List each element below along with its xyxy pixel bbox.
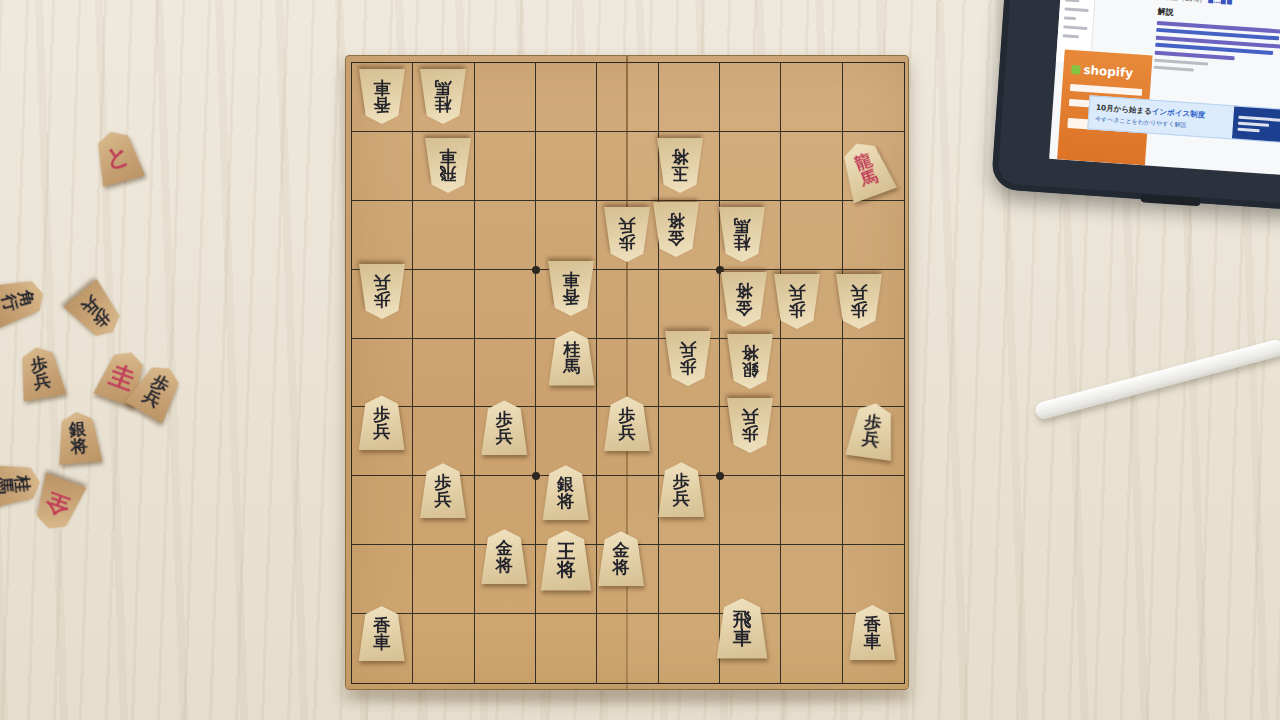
meta-text-bar bbox=[1154, 65, 1194, 71]
piece-king-6h[interactable]: 王将 bbox=[539, 530, 592, 591]
cell-9h[interactable] bbox=[352, 545, 413, 614]
tablet-article: 評価値（65%） ■…■■ 解説 bbox=[1154, 0, 1280, 78]
cell-4h[interactable] bbox=[659, 545, 720, 614]
cell-2h[interactable] bbox=[781, 545, 842, 614]
cell-9c[interactable] bbox=[352, 201, 413, 270]
cell-1h[interactable] bbox=[843, 545, 904, 614]
cell-9b[interactable] bbox=[352, 132, 413, 201]
cell-2i[interactable] bbox=[781, 614, 842, 683]
piece-rook-8b[interactable]: 飛車 bbox=[424, 138, 472, 193]
cell-7c[interactable] bbox=[475, 201, 536, 270]
cell-4d[interactable] bbox=[659, 270, 720, 339]
banner-logo-box bbox=[1232, 106, 1280, 142]
piece-knight-8a[interactable]: 桂馬 bbox=[419, 69, 467, 124]
cell-6c[interactable] bbox=[536, 201, 597, 270]
cell-4a[interactable] bbox=[659, 63, 720, 132]
piece-lance-6d[interactable]: 香車 bbox=[547, 261, 595, 316]
cell-2b[interactable] bbox=[781, 132, 842, 201]
piece-lance-9a[interactable]: 香車 bbox=[358, 69, 406, 124]
cell-1a[interactable] bbox=[843, 63, 904, 132]
hand-piece-pawn[interactable]: 歩兵 bbox=[63, 279, 130, 347]
meta-text-bar bbox=[1154, 58, 1208, 65]
cell-7a[interactable] bbox=[475, 63, 536, 132]
piece-pawn-4g[interactable]: 歩兵 bbox=[657, 462, 705, 517]
piece-pawn-1d[interactable]: 歩兵 bbox=[835, 274, 883, 329]
piece-pawn-4e[interactable]: 歩兵 bbox=[664, 331, 712, 386]
board-shadow bbox=[340, 690, 915, 704]
stylus-pen bbox=[1034, 338, 1280, 421]
cell-7b[interactable] bbox=[475, 132, 536, 201]
hoshi-dot bbox=[532, 266, 540, 274]
cell-3a[interactable] bbox=[720, 63, 781, 132]
cell-2g[interactable] bbox=[781, 476, 842, 545]
cell-6b[interactable] bbox=[536, 132, 597, 201]
piece-pawn-8g[interactable]: 歩兵 bbox=[419, 463, 467, 518]
hand-piece-bishop[interactable]: 角行 bbox=[0, 272, 49, 329]
piece-rook-3i[interactable]: 飛車 bbox=[715, 598, 768, 659]
piece-pawn-9d[interactable]: 歩兵 bbox=[358, 264, 406, 319]
cell-2c[interactable] bbox=[781, 201, 842, 270]
piece-pawn-5f[interactable]: 歩兵 bbox=[603, 396, 651, 451]
piece-pawn-9f[interactable]: 歩兵 bbox=[358, 395, 406, 450]
cell-9g[interactable] bbox=[352, 476, 413, 545]
cell-7i[interactable] bbox=[475, 614, 536, 683]
piece-lance-9i[interactable]: 香車 bbox=[358, 606, 406, 661]
piece-pawn-5c[interactable]: 歩兵 bbox=[603, 207, 651, 262]
piece-pawn-7f[interactable]: 歩兵 bbox=[480, 400, 528, 455]
cell-3b[interactable] bbox=[720, 132, 781, 201]
cell-7e[interactable] bbox=[475, 339, 536, 408]
cell-4i[interactable] bbox=[659, 614, 720, 683]
piece-gold-5h[interactable]: 金将 bbox=[597, 531, 645, 586]
hand-piece-silver[interactable]: 銀将 bbox=[54, 410, 103, 465]
cell-8i[interactable] bbox=[413, 614, 474, 683]
tablet: 評価値（65%） ■…■■ 解説 shopify 10月から始まるインボイス制度… bbox=[991, 0, 1280, 211]
piece-gold-4c[interactable]: 金将 bbox=[652, 202, 700, 257]
ad-text-bar bbox=[1070, 84, 1142, 96]
cell-8e[interactable] bbox=[413, 339, 474, 408]
cell-2f[interactable] bbox=[781, 407, 842, 476]
piece-knight-6e[interactable]: 桂馬 bbox=[548, 331, 596, 386]
cell-6i[interactable] bbox=[536, 614, 597, 683]
shopify-bag-icon bbox=[1071, 64, 1081, 74]
shogi-board: 香車桂馬飛車玉将歩兵金将桂馬歩兵香車金将歩兵歩兵歩兵銀将歩兵龍馬桂馬歩兵歩兵歩兵… bbox=[345, 55, 909, 690]
cell-8h[interactable] bbox=[413, 545, 474, 614]
cell-7d[interactable] bbox=[475, 270, 536, 339]
cell-1c[interactable] bbox=[843, 201, 904, 270]
cell-1e[interactable] bbox=[843, 339, 904, 408]
piece-silver-6g[interactable]: 銀将 bbox=[542, 465, 590, 520]
cell-6a[interactable] bbox=[536, 63, 597, 132]
piece-knight-3c[interactable]: 桂馬 bbox=[718, 207, 766, 262]
hand-piece-tokin-promoted-pawn[interactable]: と bbox=[89, 126, 146, 187]
piece-lance-1i[interactable]: 香車 bbox=[848, 605, 896, 660]
cell-8c[interactable] bbox=[413, 201, 474, 270]
piece-gold-3d[interactable]: 金将 bbox=[720, 272, 768, 327]
shopify-logo: shopify bbox=[1071, 62, 1152, 82]
table-surface: { "game": "shogi", "scene": "overhead ph… bbox=[0, 0, 1280, 720]
piece-silver-3e[interactable]: 銀将 bbox=[726, 334, 774, 389]
piece-gold-7h[interactable]: 金将 bbox=[480, 529, 528, 584]
cell-8d[interactable] bbox=[413, 270, 474, 339]
cell-2a[interactable] bbox=[781, 63, 842, 132]
link-text-bar[interactable] bbox=[1155, 50, 1235, 60]
piece-king-4b[interactable]: 玉将 bbox=[656, 138, 704, 193]
piece-pawn-1f[interactable]: 歩兵 bbox=[845, 400, 900, 461]
cell-1g[interactable] bbox=[843, 476, 904, 545]
piece-pawn-2d[interactable]: 歩兵 bbox=[773, 274, 821, 329]
cell-3g[interactable] bbox=[720, 476, 781, 545]
board-fold-seam bbox=[626, 56, 628, 689]
tablet-case-notch bbox=[1140, 194, 1200, 206]
piece-pawn-3f[interactable]: 歩兵 bbox=[726, 398, 774, 453]
cell-2e[interactable] bbox=[781, 339, 842, 408]
hand-piece-pawn[interactable]: 歩兵 bbox=[14, 343, 67, 401]
tablet-screen[interactable]: 評価値（65%） ■…■■ 解説 shopify 10月から始まるインボイス制度… bbox=[1049, 0, 1280, 175]
